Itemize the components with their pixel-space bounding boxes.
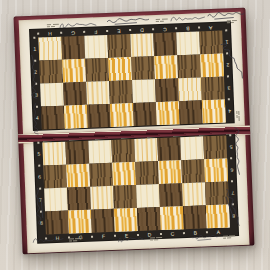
board-square-b5 (180, 136, 204, 160)
file-label-a-label: A (209, 24, 213, 29)
board-square-a7 (205, 181, 229, 205)
board-square-c2 (154, 55, 178, 79)
rank-label-right-8: 8 (229, 204, 238, 227)
board-square-e3 (109, 80, 133, 104)
board-square-c6 (158, 160, 182, 184)
frame-dot (137, 234, 139, 236)
frame-dot (229, 134, 231, 136)
board-square-c7 (159, 183, 183, 207)
board-square-d1 (130, 33, 154, 57)
board-lower-half-frame: 55667788HGFEDCBA (34, 135, 238, 243)
file-label-g: G (69, 233, 92, 242)
rank-label-left-6-label: 6 (38, 175, 41, 180)
board-square-a1 (199, 31, 223, 55)
board-square-f6 (89, 163, 113, 187)
board-square-d4 (133, 102, 157, 126)
file-label-e-label: E (125, 233, 129, 238)
file-label-g-label: G (78, 235, 82, 240)
board-square-c4 (156, 101, 180, 125)
frame-dot (37, 33, 39, 35)
board-upper-half-paper-border: HGFEDCBA11223344 (19, 12, 245, 134)
file-label-b-label: B (186, 25, 190, 30)
file-label-c-label: C (171, 231, 175, 236)
board-square-e4 (110, 103, 134, 127)
board-square-f8 (91, 209, 115, 233)
board-square-f4 (87, 104, 111, 128)
board-square-e7 (113, 185, 137, 209)
board-square-a8 (206, 204, 230, 228)
frame-corner (230, 227, 238, 235)
board-square-h5 (42, 142, 66, 166)
board-square-h1 (38, 37, 62, 61)
board-square-f7 (90, 186, 114, 210)
rank-label-left-3-label: 3 (35, 93, 38, 98)
frame-dot (33, 37, 35, 39)
file-label-d-label: D (148, 232, 152, 237)
rank-label-right-8-label: 8 (232, 213, 235, 218)
board-square-h6 (43, 165, 67, 189)
board-square-d8 (137, 207, 161, 231)
board-square-b7 (182, 182, 206, 206)
board-square-d7 (136, 184, 160, 208)
file-label-b-label: B (194, 230, 198, 235)
board-square-e6 (112, 162, 136, 186)
frame-dot (228, 98, 230, 100)
file-label-a-label: A (217, 229, 221, 234)
board-square-b2 (177, 54, 201, 78)
board-square-d2 (131, 56, 155, 80)
board-square-c5 (157, 137, 181, 161)
board-square-g7 (67, 187, 91, 211)
board-square-f5 (88, 140, 112, 164)
frame-dot (83, 31, 85, 33)
board-square-g1 (61, 36, 85, 60)
frame-dot (175, 27, 177, 29)
rank-label-left-1-label: 1 (33, 47, 36, 52)
frame-dot (152, 28, 154, 30)
frame-dot (227, 75, 229, 77)
rank-label-right-7: 7 (228, 181, 237, 204)
board-square-g8 (68, 210, 92, 234)
frame-dot (231, 180, 233, 182)
board-square-c1 (153, 32, 177, 56)
board-lower-half-paper-border: 55667788HGFEDCBA (23, 135, 249, 253)
rank-label-left-8-label: 8 (40, 221, 43, 226)
frame-dot (106, 30, 108, 32)
board-square-f3 (86, 81, 110, 105)
board-square-a6 (204, 158, 228, 182)
frame-dot (40, 211, 42, 213)
file-label-c: C (161, 229, 184, 238)
rank-label-left-5-label: 5 (37, 152, 40, 157)
frame-dot (38, 165, 40, 167)
file-label-e: E (115, 231, 138, 240)
file-label-c-label: C (163, 26, 167, 31)
file-label-g-label: G (71, 30, 75, 35)
frame-dot (160, 233, 162, 235)
rank-label-right-3-label: 3 (227, 85, 230, 90)
file-label-h-label: H (56, 235, 60, 240)
frame-dot (45, 237, 47, 239)
frame-dot (226, 52, 228, 54)
file-label-f-label: F (94, 29, 97, 34)
rank-label-right-1: 1 (222, 30, 231, 53)
board-square-b1 (176, 31, 200, 55)
board-square-b4 (179, 100, 203, 124)
board-square-b6 (181, 159, 205, 183)
rank-label-left-2-label: 2 (34, 70, 37, 75)
board-square-e1 (107, 34, 131, 58)
board-square-a3 (201, 77, 225, 101)
board-square-e5 (111, 139, 135, 163)
board-square-d5 (134, 138, 158, 162)
board-square-g3 (63, 82, 87, 106)
file-label-a: A (207, 227, 230, 236)
file-label-d: D (138, 230, 161, 239)
frame-dot (37, 142, 39, 144)
board-square-c3 (155, 78, 179, 102)
board-square-h7 (44, 188, 68, 212)
rank-label-right-4: 4 (225, 99, 234, 122)
frame-dot (39, 188, 41, 190)
frame-dot (232, 203, 234, 205)
desk-photo: HGFEDCBA11223344 55667788HGFEDCBA (0, 0, 270, 270)
board-square-a2 (200, 54, 224, 78)
chess-board: HGFEDCBA11223344 55667788HGFEDCBA (14, 8, 255, 255)
frame-dot (35, 83, 37, 85)
rank-label-right-2-label: 2 (226, 62, 229, 67)
board-square-e2 (108, 57, 132, 81)
file-label-h-label: H (48, 31, 52, 36)
rank-label-left-7-label: 7 (39, 198, 42, 203)
board-square-g2 (62, 59, 86, 83)
file-label-d-label: D (140, 27, 144, 32)
frame-dot (36, 106, 38, 108)
board-square-b8 (183, 205, 207, 229)
board-square-b3 (178, 77, 202, 101)
board-square-f1 (84, 35, 108, 59)
file-label-e-label: E (117, 28, 121, 33)
rank-label-right-7-label: 7 (231, 190, 234, 195)
board-square-d3 (132, 79, 156, 103)
file-label-b: B (184, 228, 207, 237)
board-square-a5 (203, 135, 227, 159)
board-upper-half-frame: HGFEDCBA11223344 (30, 22, 234, 130)
board-square-g6 (66, 164, 90, 188)
rank-label-right-6-label: 6 (230, 167, 233, 172)
rank-label-left-4-label: 4 (36, 116, 39, 121)
rank-label-right-1-label: 1 (225, 39, 228, 44)
frame-dot (68, 237, 70, 239)
rank-label-right-5-label: 5 (229, 144, 232, 149)
frame-dot (206, 231, 208, 233)
board-square-a4 (202, 99, 226, 123)
file-label-f: F (92, 232, 115, 241)
board-square-h2 (39, 60, 63, 84)
frame-dot (183, 232, 185, 234)
frame-dot (114, 235, 116, 237)
board-square-g4 (64, 105, 88, 129)
frame-dot (225, 29, 227, 31)
rank-label-right-3: 3 (224, 76, 233, 99)
frame-dot (34, 60, 36, 62)
board-square-h3 (40, 83, 64, 107)
frame-dot (60, 32, 62, 34)
frame-dot (129, 29, 131, 31)
board-square-g5 (65, 141, 89, 165)
board-square-h8 (45, 211, 69, 235)
frame-dot (230, 157, 232, 159)
rank-label-right-4-label: 4 (228, 108, 231, 113)
board-square-d6 (135, 161, 159, 185)
board-square-f2 (85, 58, 109, 82)
file-label-f-label: F (102, 234, 105, 239)
board-square-e8 (114, 208, 138, 232)
rank-label-right-2: 2 (223, 53, 232, 76)
frame-dot (91, 236, 93, 238)
frame-dot (198, 26, 200, 28)
board-square-h4 (41, 106, 65, 130)
rank-label-right-6: 6 (227, 158, 236, 181)
rank-label-right-5: 5 (226, 135, 235, 158)
file-label-h: H (46, 234, 69, 243)
board-square-c8 (160, 206, 184, 230)
